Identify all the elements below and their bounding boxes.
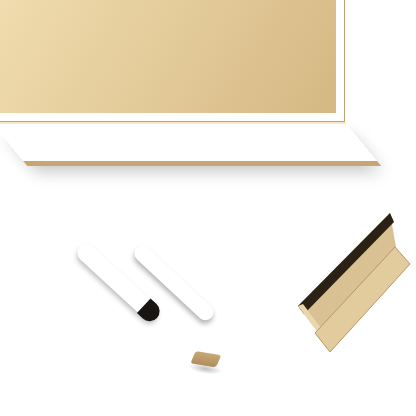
board-grid [0,0,336,113]
wooden-die[interactable] [190,332,225,372]
board-frame [0,0,345,122]
hieroglyph-band [0,122,381,166]
die-front-face [190,351,221,367]
senet-game-photo [0,0,416,416]
